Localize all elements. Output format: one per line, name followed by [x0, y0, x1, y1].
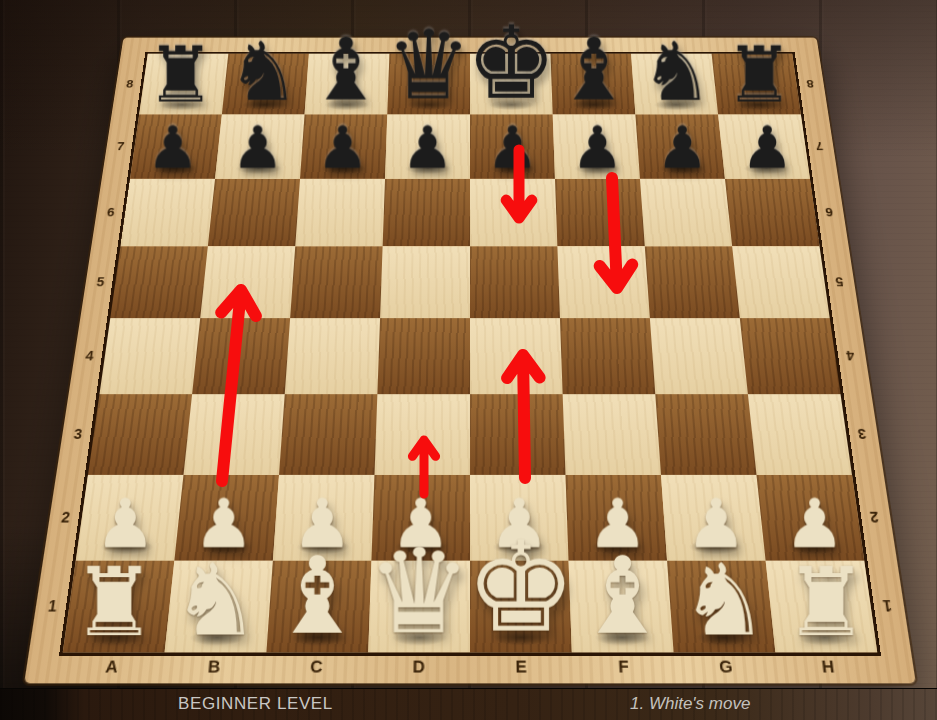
- black-bishop-c8[interactable]: ♝: [307, 27, 384, 113]
- square-e8[interactable]: ♚: [470, 54, 553, 115]
- white-bishop-c1[interactable]: ♝: [270, 544, 365, 650]
- white-knight-b1[interactable]: ♞: [171, 550, 260, 649]
- file-label-d: D: [367, 652, 470, 683]
- black-pawn-c7[interactable]: ♟: [316, 119, 368, 178]
- square-b3[interactable]: [184, 394, 285, 475]
- square-d5[interactable]: [380, 246, 470, 318]
- square-c1[interactable]: ♝: [266, 561, 371, 653]
- black-pawn-e7[interactable]: ♟: [486, 119, 538, 178]
- black-pawn-g7[interactable]: ♟: [656, 119, 708, 178]
- square-e4[interactable]: [470, 318, 563, 394]
- square-e3[interactable]: [470, 394, 565, 475]
- square-a8[interactable]: ♜: [139, 54, 228, 115]
- square-c4[interactable]: [285, 318, 380, 394]
- square-c6[interactable]: [295, 179, 385, 247]
- black-pawn-b7[interactable]: ♟: [231, 119, 283, 178]
- square-b8[interactable]: ♞: [222, 54, 309, 115]
- file-label-e: E: [470, 652, 573, 683]
- square-h3[interactable]: [748, 394, 852, 475]
- square-f6[interactable]: [555, 179, 645, 247]
- square-e7[interactable]: ♟: [470, 115, 555, 179]
- square-g6[interactable]: [640, 179, 732, 247]
- square-c8[interactable]: ♝: [305, 54, 390, 115]
- board-squares: ♜♞♝♛♚♝♞♜♟♟♟♟♟♟♟♟♟♟♟♟♟♟♟♟♜♞♝♛♚♝♞♜: [59, 52, 881, 656]
- square-d8[interactable]: ♛: [387, 54, 470, 115]
- square-h1[interactable]: ♜: [766, 561, 878, 653]
- square-e5[interactable]: [470, 246, 560, 318]
- black-knight-b8[interactable]: ♞: [227, 32, 299, 113]
- square-h7[interactable]: ♟: [718, 115, 810, 179]
- square-a7[interactable]: ♟: [130, 115, 222, 179]
- move-status-label: 1. White's move: [630, 694, 750, 714]
- black-rook-a8[interactable]: ♜: [146, 36, 215, 113]
- white-queen-d1[interactable]: ♛: [366, 532, 471, 650]
- square-f4[interactable]: [560, 318, 655, 394]
- square-g7[interactable]: ♟: [635, 115, 725, 179]
- square-b5[interactable]: [200, 246, 295, 318]
- status-bar-grain: [0, 689, 937, 720]
- square-a5[interactable]: [110, 246, 208, 318]
- square-b1[interactable]: ♞: [165, 561, 273, 653]
- square-h6[interactable]: [725, 179, 820, 247]
- white-king-e1[interactable]: ♚: [465, 526, 576, 650]
- square-h4[interactable]: [740, 318, 841, 394]
- file-label-g: G: [674, 652, 779, 683]
- square-d3[interactable]: [375, 394, 470, 475]
- file-label-a: A: [58, 652, 164, 683]
- square-h8[interactable]: ♜: [712, 54, 801, 115]
- black-pawn-d7[interactable]: ♟: [401, 119, 453, 178]
- square-d1[interactable]: ♛: [368, 561, 470, 653]
- square-f1[interactable]: ♝: [569, 561, 674, 653]
- white-bishop-f1[interactable]: ♝: [575, 544, 670, 650]
- square-a3[interactable]: [88, 394, 192, 475]
- square-e6[interactable]: [470, 179, 557, 247]
- white-knight-g1[interactable]: ♞: [680, 550, 769, 649]
- file-label-c: C: [264, 652, 368, 683]
- chess-board-3d: ♜♞♝♛♚♝♞♜♟♟♟♟♟♟♟♟♟♟♟♟♟♟♟♟♜♞♝♛♚♝♞♜ 8877665…: [24, 38, 916, 684]
- difficulty-level-label: BEGINNER LEVEL: [178, 694, 333, 714]
- black-pawn-h7[interactable]: ♟: [741, 119, 793, 178]
- square-d7[interactable]: ♟: [385, 115, 470, 179]
- square-f7[interactable]: ♟: [553, 115, 640, 179]
- square-b7[interactable]: ♟: [215, 115, 305, 179]
- square-g5[interactable]: [645, 246, 740, 318]
- square-d4[interactable]: [377, 318, 470, 394]
- black-bishop-f8[interactable]: ♝: [555, 27, 632, 113]
- black-rook-h8[interactable]: ♜: [725, 36, 794, 113]
- black-knight-g8[interactable]: ♞: [640, 32, 712, 113]
- white-rook-h1[interactable]: ♜: [783, 555, 868, 650]
- black-pawn-f7[interactable]: ♟: [571, 119, 623, 178]
- square-c5[interactable]: [290, 246, 382, 318]
- square-c7[interactable]: ♟: [300, 115, 387, 179]
- black-pawn-a7[interactable]: ♟: [147, 119, 199, 178]
- white-rook-a1[interactable]: ♜: [71, 555, 156, 650]
- file-label-b: B: [161, 652, 266, 683]
- square-f3[interactable]: [563, 394, 661, 475]
- square-g4[interactable]: [650, 318, 748, 394]
- square-a4[interactable]: [99, 318, 200, 394]
- square-g8[interactable]: ♞: [631, 54, 718, 115]
- square-a6[interactable]: [120, 179, 215, 247]
- chess-app-screen: ♜♞♝♛♚♝♞♜♟♟♟♟♟♟♟♟♟♟♟♟♟♟♟♟♜♞♝♛♚♝♞♜ 8877665…: [0, 0, 937, 720]
- file-label-f: F: [572, 652, 676, 683]
- black-queen-d8[interactable]: ♛: [386, 17, 472, 113]
- square-c3[interactable]: [279, 394, 377, 475]
- chess-board[interactable]: ♜♞♝♛♚♝♞♜♟♟♟♟♟♟♟♟♟♟♟♟♟♟♟♟♜♞♝♛♚♝♞♜ 8877665…: [24, 38, 916, 684]
- file-label-h: H: [775, 652, 881, 683]
- square-g1[interactable]: ♞: [667, 561, 775, 653]
- square-h5[interactable]: [732, 246, 830, 318]
- black-king-e8[interactable]: ♚: [466, 12, 557, 113]
- square-b6[interactable]: [208, 179, 300, 247]
- square-b4[interactable]: [192, 318, 290, 394]
- square-d6[interactable]: [383, 179, 470, 247]
- square-f5[interactable]: [557, 246, 649, 318]
- square-e1[interactable]: ♚: [470, 561, 572, 653]
- square-f8[interactable]: ♝: [551, 54, 636, 115]
- square-g3[interactable]: [655, 394, 756, 475]
- status-bar: BEGINNER LEVEL 1. White's move: [0, 688, 937, 720]
- square-a1[interactable]: ♜: [63, 561, 175, 653]
